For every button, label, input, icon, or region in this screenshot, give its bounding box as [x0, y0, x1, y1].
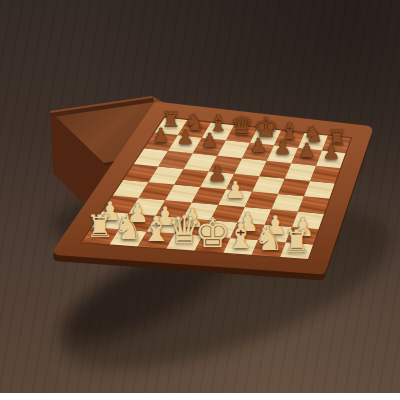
piece-white-rook-h1[interactable]: ♜	[283, 226, 311, 257]
piece-white-knight-b1[interactable]: ♞	[113, 212, 143, 245]
photo-bottom-margin	[0, 393, 400, 400]
piece-black-pawn-f7[interactable]: ♟	[274, 138, 292, 158]
piece-black-pawn-g7[interactable]: ♟	[298, 141, 316, 161]
piece-white-rook-a1[interactable]: ♜	[86, 211, 114, 242]
piece-white-pawn-e4[interactable]: ♟	[225, 179, 246, 202]
product-photo: ♜♞♝♛♚♝♞♟♜♟♟♟♟♟♟♟♟♟♟♟♟♟♟♟♜♞♝♛♚♝♞♜	[0, 0, 400, 400]
piece-black-pawn-a7[interactable]: ♟	[152, 126, 170, 146]
piece-black-pawn-h7[interactable]: ♟	[322, 144, 340, 164]
piece-black-pawn-c7[interactable]: ♟	[201, 131, 219, 151]
piece-black-pawn-b7[interactable]: ♟	[176, 128, 194, 148]
piece-white-bishop-f1[interactable]: ♝	[225, 219, 256, 254]
chess-set-scene	[0, 0, 400, 400]
piece-white-knight-g1[interactable]: ♞	[254, 223, 284, 256]
piece-black-pawn-e7[interactable]: ♟	[249, 136, 267, 156]
